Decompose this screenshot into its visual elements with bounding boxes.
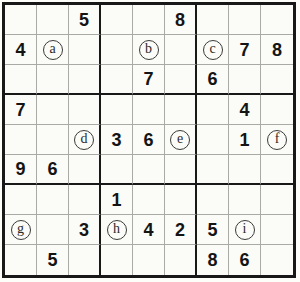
cell-r1c9[interactable] [261,5,293,35]
cell-r2c5[interactable]: b [133,35,165,65]
cell-r3c3[interactable] [69,65,101,95]
cell-r5c9[interactable]: f [261,125,293,155]
cell-r5c4[interactable]: 3 [101,125,133,155]
cell-r6c1[interactable]: 9 [5,155,37,185]
cell-r6c9[interactable] [261,155,293,185]
cell-r4c8[interactable]: 4 [229,95,261,125]
cell-r9c1[interactable] [5,245,37,275]
cell-r2c6[interactable] [165,35,197,65]
circled-letter-h: h [107,220,127,240]
cell-r4c9[interactable] [261,95,293,125]
cell-r7c4[interactable]: 1 [101,185,133,215]
cell-r4c3[interactable] [69,95,101,125]
cell-r7c6[interactable] [165,185,197,215]
cell-r9c5[interactable] [133,245,165,275]
cell-r8c2[interactable] [37,215,69,245]
cell-r1c8[interactable] [229,5,261,35]
cell-r9c3[interactable] [69,245,101,275]
cell-r5c3[interactable]: d [69,125,101,155]
sudoku-board: 584abc787674d36e1f961g3h425i586 [2,2,296,278]
cell-r6c5[interactable] [133,155,165,185]
circled-letter-c: c [203,40,223,60]
cell-r3c5[interactable]: 7 [133,65,165,95]
circled-letter-f: f [267,130,287,150]
cell-r7c3[interactable] [69,185,101,215]
cell-r9c8[interactable]: 6 [229,245,261,275]
cell-r9c4[interactable] [101,245,133,275]
cell-r8c9[interactable] [261,215,293,245]
cell-r2c2[interactable]: a [37,35,69,65]
cell-r7c2[interactable] [37,185,69,215]
cell-r3c6[interactable] [165,65,197,95]
cell-r7c9[interactable] [261,185,293,215]
cell-r3c8[interactable] [229,65,261,95]
cell-r4c6[interactable] [165,95,197,125]
cell-r5c6[interactable]: e [165,125,197,155]
cell-r1c1[interactable] [5,5,37,35]
cell-r2c1[interactable]: 4 [5,35,37,65]
cell-r8c8[interactable]: i [229,215,261,245]
cell-r4c5[interactable] [133,95,165,125]
cell-r8c6[interactable]: 2 [165,215,197,245]
cell-r6c4[interactable] [101,155,133,185]
cell-r5c2[interactable] [37,125,69,155]
cell-r1c4[interactable] [101,5,133,35]
cell-r1c5[interactable] [133,5,165,35]
cell-r5c5[interactable]: 6 [133,125,165,155]
cell-r3c2[interactable] [37,65,69,95]
cell-r4c4[interactable] [101,95,133,125]
cell-r3c4[interactable] [101,65,133,95]
cell-r2c9[interactable]: 8 [261,35,293,65]
circled-letter-g: g [11,220,31,240]
cell-r7c8[interactable] [229,185,261,215]
cell-r6c6[interactable] [165,155,197,185]
cell-r8c4[interactable]: h [101,215,133,245]
cell-r2c7[interactable]: c [197,35,229,65]
cell-r2c3[interactable] [69,35,101,65]
cell-r9c9[interactable] [261,245,293,275]
cell-r1c3[interactable]: 5 [69,5,101,35]
cell-r8c5[interactable]: 4 [133,215,165,245]
cell-r8c7[interactable]: 5 [197,215,229,245]
cell-r3c7[interactable]: 6 [197,65,229,95]
cell-r4c7[interactable] [197,95,229,125]
cell-r9c7[interactable]: 8 [197,245,229,275]
cell-r5c8[interactable]: 1 [229,125,261,155]
cell-r7c5[interactable] [133,185,165,215]
cell-r2c8[interactable]: 7 [229,35,261,65]
circled-letter-e: e [170,130,190,150]
cell-r3c9[interactable] [261,65,293,95]
cell-r1c2[interactable] [37,5,69,35]
cell-r8c3[interactable]: 3 [69,215,101,245]
cell-r1c6[interactable]: 8 [165,5,197,35]
cell-r2c4[interactable] [101,35,133,65]
cell-r4c2[interactable] [37,95,69,125]
cell-r4c1[interactable]: 7 [5,95,37,125]
cell-r6c7[interactable] [197,155,229,185]
circled-letter-b: b [139,40,159,60]
cell-r1c7[interactable] [197,5,229,35]
cell-r6c8[interactable] [229,155,261,185]
cell-r5c7[interactable] [197,125,229,155]
circled-letter-a: a [43,40,63,60]
cell-r6c2[interactable]: 6 [37,155,69,185]
cell-r6c3[interactable] [69,155,101,185]
cell-r5c1[interactable] [5,125,37,155]
cell-r3c1[interactable] [5,65,37,95]
cell-r9c2[interactable]: 5 [37,245,69,275]
circled-letter-i: i [235,220,255,240]
cell-r7c7[interactable] [197,185,229,215]
circled-letter-d: d [74,130,94,150]
cell-r8c1[interactable]: g [5,215,37,245]
cell-r7c1[interactable] [5,185,37,215]
cell-r9c6[interactable] [165,245,197,275]
